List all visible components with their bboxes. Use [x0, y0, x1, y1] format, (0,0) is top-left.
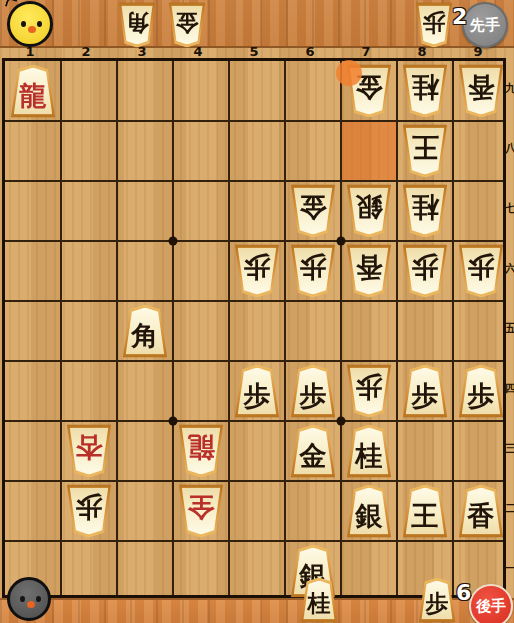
board-square-5七[interactable] — [229, 181, 285, 241]
chick-right-eye — [36, 596, 41, 602]
file-label-2: 2 — [76, 44, 96, 59]
piece-glyph: 香 — [349, 248, 390, 295]
board-square-2一[interactable] — [61, 541, 117, 601]
board-square-3六[interactable] — [117, 241, 173, 301]
piece-glyph: 歩 — [405, 248, 446, 295]
board-square-7八[interactable] — [341, 121, 397, 181]
rank-label-六: 六 — [505, 261, 514, 276]
board-square-2五[interactable] — [61, 301, 117, 361]
board-square-1六[interactable] — [5, 241, 61, 301]
board-square-1二[interactable] — [5, 481, 61, 541]
board-square-3八[interactable] — [117, 121, 173, 181]
board-square-1三[interactable] — [5, 421, 61, 481]
rank-label-七: 七 — [505, 201, 514, 216]
board-square-3三[interactable] — [117, 421, 173, 481]
piece-glyph: 桂 — [303, 581, 336, 620]
piece-glyph: 歩 — [237, 368, 278, 415]
board-square-2七[interactable] — [61, 181, 117, 241]
board-square-4八[interactable] — [173, 121, 229, 181]
board-square-4六[interactable] — [173, 241, 229, 301]
board-square-3九[interactable] — [117, 61, 173, 121]
board-square-8五[interactable] — [397, 301, 453, 361]
bottom-player-avatar-chick — [7, 577, 51, 621]
board-square-9三[interactable] — [453, 421, 509, 481]
board-square-6九[interactable] — [285, 61, 341, 121]
piece-glyph: 金 — [171, 6, 204, 45]
board-square-4九[interactable] — [173, 61, 229, 121]
board-square-1七[interactable] — [5, 181, 61, 241]
board-square-7五[interactable] — [341, 301, 397, 361]
board-square-8三[interactable] — [397, 421, 453, 481]
board-square-5八[interactable] — [229, 121, 285, 181]
file-label-5: 5 — [244, 44, 264, 59]
top-player-badge: 先手 — [462, 2, 508, 48]
board-square-6八[interactable] — [285, 121, 341, 181]
piece-glyph: 桂 — [349, 428, 390, 475]
board-square-7一[interactable] — [341, 541, 397, 601]
rank-label-四: 四 — [505, 381, 514, 396]
piece-glyph: 歩 — [418, 6, 451, 45]
board-square-2四[interactable] — [61, 361, 117, 421]
rank-label-三: 三 — [505, 441, 514, 456]
piece-glyph: 杏 — [69, 428, 110, 475]
board-square-1四[interactable] — [5, 361, 61, 421]
bottom-hand-count: 6 — [456, 580, 471, 605]
board-square-4一[interactable] — [173, 541, 229, 601]
top-player-avatar-chick — [7, 1, 53, 47]
piece-glyph: 全 — [181, 488, 222, 535]
piece-glyph: 歩 — [69, 488, 110, 535]
file-label-6: 6 — [300, 44, 320, 59]
board-square-2九[interactable] — [61, 61, 117, 121]
board-square-9八[interactable] — [453, 121, 509, 181]
shogi-app: 龍金桂香王金銀桂歩歩香歩歩角歩歩歩歩歩杏龍金桂歩全銀王香銀 先手 後手 角金歩2… — [0, 0, 514, 623]
piece-glyph: 歩 — [421, 581, 454, 620]
last-move-highlight-circle — [336, 60, 362, 86]
chick-left-eye — [20, 596, 25, 602]
piece-glyph: 香 — [461, 68, 502, 115]
board-square-1八[interactable] — [5, 121, 61, 181]
board-square-6二[interactable] — [285, 481, 341, 541]
piece-glyph: 角 — [125, 308, 166, 355]
board: 龍金桂香王金銀桂歩歩香歩歩角歩歩歩歩歩杏龍金桂歩全銀王香銀 — [2, 58, 506, 598]
board-square-1五[interactable] — [5, 301, 61, 361]
file-label-7: 7 — [356, 44, 376, 59]
piece-glyph: 歩 — [349, 368, 390, 415]
piece-glyph: 銀 — [349, 188, 390, 235]
piece-glyph: 角 — [121, 6, 154, 45]
board-square-5一[interactable] — [229, 541, 285, 601]
board-square-6五[interactable] — [285, 301, 341, 361]
board-square-3一[interactable] — [117, 541, 173, 601]
piece-glyph: 金 — [293, 428, 334, 475]
piece-glyph: 歩 — [461, 368, 502, 415]
top-hand-count: 2 — [452, 4, 467, 29]
piece-glyph: 歩 — [461, 248, 502, 295]
piece-glyph: 香 — [461, 488, 502, 535]
chick-right-eye — [37, 21, 42, 27]
chick-left-eye — [21, 21, 26, 27]
piece-glyph: 歩 — [405, 368, 446, 415]
board-square-2八[interactable] — [61, 121, 117, 181]
chick-beak — [27, 601, 35, 608]
rank-label-一: 一 — [505, 561, 514, 576]
bottom-player-badge: 後手 — [469, 584, 513, 623]
board-square-5五[interactable] — [229, 301, 285, 361]
chick-beak — [28, 26, 36, 33]
board-square-3二[interactable] — [117, 481, 173, 541]
board-square-5九[interactable] — [229, 61, 285, 121]
file-label-4: 4 — [188, 44, 208, 59]
rank-label-二: 二 — [505, 501, 514, 516]
board-square-4四[interactable] — [173, 361, 229, 421]
piece-glyph: 銀 — [349, 488, 390, 535]
piece-glyph: 王 — [405, 128, 446, 175]
board-square-3四[interactable] — [117, 361, 173, 421]
piece-glyph: 金 — [293, 188, 334, 235]
rank-label-九: 九 — [505, 81, 514, 96]
rank-label-五: 五 — [505, 321, 514, 336]
rank-label-八: 八 — [505, 141, 514, 156]
board-square-4五[interactable] — [173, 301, 229, 361]
board-square-5二[interactable] — [229, 481, 285, 541]
piece-glyph: 歩 — [293, 368, 334, 415]
file-label-8: 8 — [412, 44, 432, 59]
board-square-5三[interactable] — [229, 421, 285, 481]
piece-glyph: 歩 — [293, 248, 334, 295]
board-square-4七[interactable] — [173, 181, 229, 241]
board-square-9五[interactable] — [453, 301, 509, 361]
board-square-2六[interactable] — [61, 241, 117, 301]
piece-glyph: 歩 — [237, 248, 278, 295]
piece-glyph: 桂 — [405, 188, 446, 235]
piece-glyph: 龍 — [181, 428, 222, 475]
piece-glyph: 桂 — [405, 68, 446, 115]
piece-glyph: 王 — [405, 488, 446, 535]
board-square-9七[interactable] — [453, 181, 509, 241]
piece-glyph: 龍 — [13, 68, 54, 115]
board-square-3七[interactable] — [117, 181, 173, 241]
